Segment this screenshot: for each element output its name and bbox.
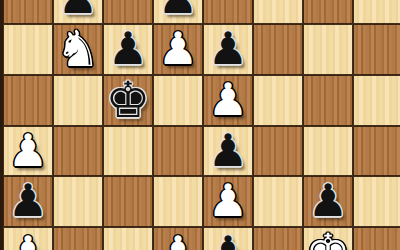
- square-d7[interactable]: ♟: [153, 0, 203, 24]
- square-a3[interactable]: ♟: [3, 176, 53, 227]
- square-a4[interactable]: ♟: [3, 126, 53, 176]
- square-h5[interactable]: [353, 75, 400, 126]
- square-h7[interactable]: [353, 0, 400, 24]
- white-pawn[interactable]: ♟: [208, 77, 248, 122]
- square-g2[interactable]: ♚: [303, 227, 353, 250]
- white-pawn[interactable]: ♟: [158, 230, 198, 250]
- square-e5[interactable]: ♟: [203, 75, 253, 126]
- black-pawn[interactable]: ♟: [158, 0, 198, 20]
- white-knight[interactable]: ♞: [56, 24, 101, 74]
- white-pawn[interactable]: ♟: [208, 178, 248, 223]
- square-e7[interactable]: [203, 0, 253, 24]
- square-e6[interactable]: ♟: [203, 24, 253, 75]
- square-e3[interactable]: ♟: [203, 176, 253, 227]
- square-b2[interactable]: [53, 227, 103, 250]
- square-c6[interactable]: ♟: [103, 24, 153, 75]
- black-pawn[interactable]: ♟: [208, 128, 248, 173]
- square-d5[interactable]: [153, 75, 203, 126]
- square-e2[interactable]: ♟: [203, 227, 253, 250]
- square-f7[interactable]: [253, 0, 303, 24]
- square-b3[interactable]: [53, 176, 103, 227]
- square-g5[interactable]: [303, 75, 353, 126]
- square-h3[interactable]: [353, 176, 400, 227]
- square-a2[interactable]: ♟: [3, 227, 53, 250]
- black-king[interactable]: ♚: [106, 75, 151, 125]
- black-pawn[interactable]: ♟: [208, 230, 248, 250]
- square-c7[interactable]: [103, 0, 153, 24]
- white-king[interactable]: ♚: [306, 227, 351, 250]
- white-pawn[interactable]: ♟: [158, 26, 198, 71]
- square-b5[interactable]: [53, 75, 103, 126]
- square-f4[interactable]: [253, 126, 303, 176]
- square-f2[interactable]: [253, 227, 303, 250]
- square-d2[interactable]: ♟: [153, 227, 203, 250]
- square-d6[interactable]: ♟: [153, 24, 203, 75]
- square-f5[interactable]: [253, 75, 303, 126]
- square-f3[interactable]: [253, 176, 303, 227]
- square-a5[interactable]: [3, 75, 53, 126]
- square-c2[interactable]: [103, 227, 153, 250]
- black-pawn[interactable]: ♟: [308, 178, 348, 223]
- black-pawn[interactable]: ♟: [208, 26, 248, 71]
- square-d3[interactable]: [153, 176, 203, 227]
- chessboard-viewport: ♟♟♞♟♟♟♚♟♟♟♟♟♟♟♟♟♚: [0, 0, 400, 250]
- black-pawn[interactable]: ♟: [108, 26, 148, 71]
- square-f6[interactable]: [253, 24, 303, 75]
- square-c5[interactable]: ♚: [103, 75, 153, 126]
- square-c3[interactable]: [103, 176, 153, 227]
- square-b6[interactable]: ♞: [53, 24, 103, 75]
- white-pawn[interactable]: ♟: [8, 128, 48, 173]
- square-h2[interactable]: [353, 227, 400, 250]
- square-g4[interactable]: [303, 126, 353, 176]
- white-pawn[interactable]: ♟: [8, 230, 48, 250]
- square-h4[interactable]: [353, 126, 400, 176]
- chess-board: ♟♟♞♟♟♟♚♟♟♟♟♟♟♟♟♟♚: [3, 0, 400, 250]
- square-d4[interactable]: [153, 126, 203, 176]
- square-a6[interactable]: [3, 24, 53, 75]
- black-pawn[interactable]: ♟: [8, 178, 48, 223]
- square-g6[interactable]: [303, 24, 353, 75]
- square-a7[interactable]: [3, 0, 53, 24]
- square-e4[interactable]: ♟: [203, 126, 253, 176]
- square-h6[interactable]: [353, 24, 400, 75]
- square-g3[interactable]: ♟: [303, 176, 353, 227]
- square-g7[interactable]: [303, 0, 353, 24]
- black-pawn[interactable]: ♟: [58, 0, 98, 20]
- square-b4[interactable]: [53, 126, 103, 176]
- square-c4[interactable]: [103, 126, 153, 176]
